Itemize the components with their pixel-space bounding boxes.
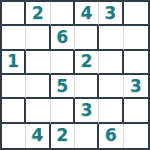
cell-r2c3[interactable]: 6 [51, 26, 75, 50]
given-digit: 3 [81, 102, 93, 119]
cell-r6c2[interactable]: 4 [26, 124, 50, 148]
given-digit: 5 [56, 78, 68, 95]
given-digit: 1 [7, 53, 19, 70]
cell-r5c5[interactable] [99, 99, 123, 123]
cell-r1c6[interactable] [124, 2, 148, 26]
cell-r5c2[interactable] [26, 99, 50, 123]
given-digit: 2 [56, 127, 68, 144]
cell-r2c2[interactable] [26, 26, 50, 50]
cell-r2c1[interactable] [2, 26, 26, 50]
cell-r4c2[interactable] [26, 75, 50, 99]
cell-r2c5[interactable] [99, 26, 123, 50]
cell-r5c4[interactable]: 3 [75, 99, 99, 123]
cell-r4c1[interactable] [2, 75, 26, 99]
cell-r6c1[interactable] [2, 124, 26, 148]
cell-r1c2[interactable]: 2 [26, 2, 50, 26]
given-digit: 6 [56, 29, 68, 46]
cell-r3c6[interactable] [124, 51, 148, 75]
cell-r3c1[interactable]: 1 [2, 51, 26, 75]
given-digit: 4 [81, 5, 93, 22]
cell-r6c4[interactable] [75, 124, 99, 148]
cell-r3c4[interactable]: 2 [75, 51, 99, 75]
given-digit: 2 [81, 53, 93, 70]
cell-r3c3[interactable] [51, 51, 75, 75]
cell-r4c6[interactable]: 3 [124, 75, 148, 99]
given-digit: 4 [32, 127, 44, 144]
cell-r2c6[interactable] [124, 26, 148, 50]
given-digit: 6 [105, 127, 117, 144]
cell-r5c6[interactable] [124, 99, 148, 123]
cell-r2c4[interactable] [75, 26, 99, 50]
given-digit: 2 [32, 5, 44, 22]
cell-r1c3[interactable] [51, 2, 75, 26]
cell-r4c4[interactable] [75, 75, 99, 99]
cell-r5c1[interactable] [2, 99, 26, 123]
cell-r5c3[interactable] [51, 99, 75, 123]
sudoku-board: 243612533426 [0, 0, 150, 150]
cell-r1c4[interactable]: 4 [75, 2, 99, 26]
cell-r6c6[interactable] [124, 124, 148, 148]
cell-r6c3[interactable]: 2 [51, 124, 75, 148]
given-digit: 3 [130, 78, 142, 95]
cell-r4c5[interactable] [99, 75, 123, 99]
given-digit: 3 [105, 5, 117, 22]
cell-r1c1[interactable] [2, 2, 26, 26]
cell-r6c5[interactable]: 6 [99, 124, 123, 148]
cell-r3c5[interactable] [99, 51, 123, 75]
cell-r4c3[interactable]: 5 [51, 75, 75, 99]
cell-r1c5[interactable]: 3 [99, 2, 123, 26]
cell-r3c2[interactable] [26, 51, 50, 75]
